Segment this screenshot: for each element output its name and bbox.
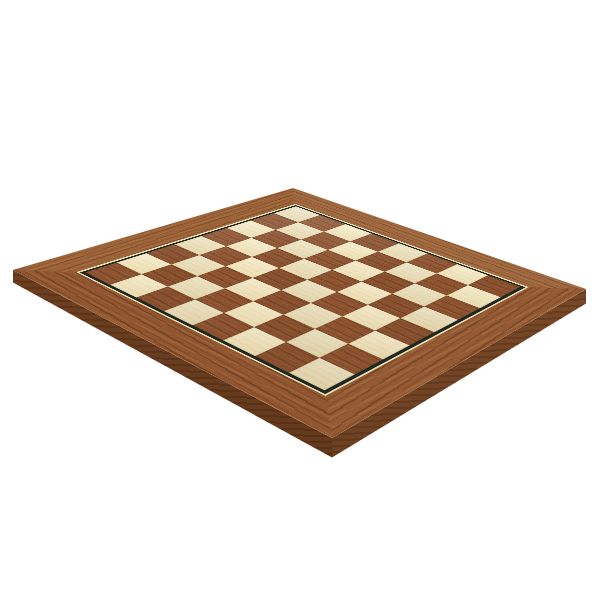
- chess-board: [13, 188, 586, 438]
- chess-board-photo: [0, 0, 600, 600]
